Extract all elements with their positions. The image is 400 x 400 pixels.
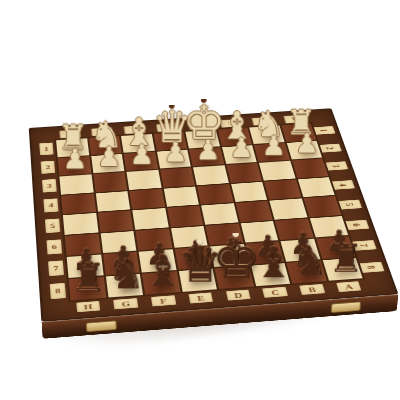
file-label-text: D <box>226 289 251 301</box>
file-label-text: B <box>252 117 274 126</box>
square-b5[interactable] <box>269 198 307 219</box>
square-b4[interactable] <box>264 179 301 199</box>
scene: HGFEDCBA HGFEDCBA 12345678 12345678 ♜♞♝♛… <box>0 0 400 400</box>
square-g3[interactable] <box>93 172 127 192</box>
white-pawn-h2[interactable]: ♟ <box>51 146 98 173</box>
square-g5[interactable] <box>98 211 133 232</box>
square-b3[interactable] <box>259 161 295 181</box>
dark-finial <box>169 103 175 109</box>
rank-label-4: 4 <box>41 195 61 216</box>
square-a3[interactable] <box>292 158 329 178</box>
file-label-text: A <box>336 281 362 292</box>
square-d3[interactable] <box>193 165 228 185</box>
file-label-text: G <box>114 298 139 310</box>
file-label-text: F <box>151 295 176 307</box>
square-d4[interactable] <box>197 184 233 204</box>
square-a5[interactable] <box>303 196 341 217</box>
rank-label-text: 5 <box>45 218 61 233</box>
file-label-text: A <box>284 115 306 123</box>
file-label-text: F <box>124 125 145 134</box>
square-e4[interactable] <box>163 186 199 207</box>
square-h8[interactable]: ♜ <box>69 276 106 300</box>
file-label-text: H <box>76 301 101 313</box>
rank-label-3: 3 <box>40 176 59 196</box>
light-finial <box>233 231 239 237</box>
light-finial <box>196 238 202 244</box>
file-label-text: H <box>60 129 81 138</box>
square-h2[interactable]: ♟ <box>58 156 91 175</box>
file-label-text: D <box>189 121 211 130</box>
square-a4[interactable] <box>297 177 334 197</box>
square-f3[interactable] <box>126 170 161 190</box>
square-d5[interactable] <box>201 203 238 224</box>
rank-label-text: 1 <box>312 126 336 135</box>
file-label-h: H <box>69 299 108 314</box>
square-h5[interactable] <box>63 213 98 235</box>
file-label-text: E <box>156 123 177 132</box>
square-h3[interactable] <box>59 174 93 194</box>
square-f4[interactable] <box>129 189 164 210</box>
square-c4[interactable] <box>231 182 267 202</box>
rank-label-text: 5 <box>336 200 361 210</box>
square-c3[interactable] <box>226 163 262 183</box>
rank-label-5: 5 <box>43 215 63 237</box>
dark-finial <box>201 97 207 103</box>
rank-label-text: 3 <box>323 162 347 171</box>
file-label-text: C <box>220 119 242 128</box>
rank-label-text: 3 <box>42 179 58 193</box>
black-rook-h8[interactable]: ♜ <box>62 259 114 298</box>
square-h4[interactable] <box>61 193 95 214</box>
brass-clasp-left <box>85 320 116 332</box>
file-label-text: C <box>262 287 287 299</box>
rank-label-text: 2 <box>317 143 341 152</box>
file-label-text: E <box>188 292 213 304</box>
chess-board: HGFEDCBA HGFEDCBA 12345678 12345678 ♜♞♝♛… <box>29 108 399 322</box>
rank-label-text: 4 <box>43 198 59 212</box>
rank-label-text: 4 <box>330 180 355 190</box>
square-g4[interactable] <box>95 191 130 212</box>
square-e3[interactable] <box>160 167 195 187</box>
brass-clasp-right <box>331 301 361 313</box>
file-label-text: B <box>299 284 325 295</box>
square-c5[interactable] <box>235 201 272 222</box>
square-e5[interactable] <box>167 206 203 227</box>
square-f5[interactable] <box>132 208 168 229</box>
file-label-text: G <box>92 127 113 136</box>
file-label-b: B <box>292 282 332 297</box>
